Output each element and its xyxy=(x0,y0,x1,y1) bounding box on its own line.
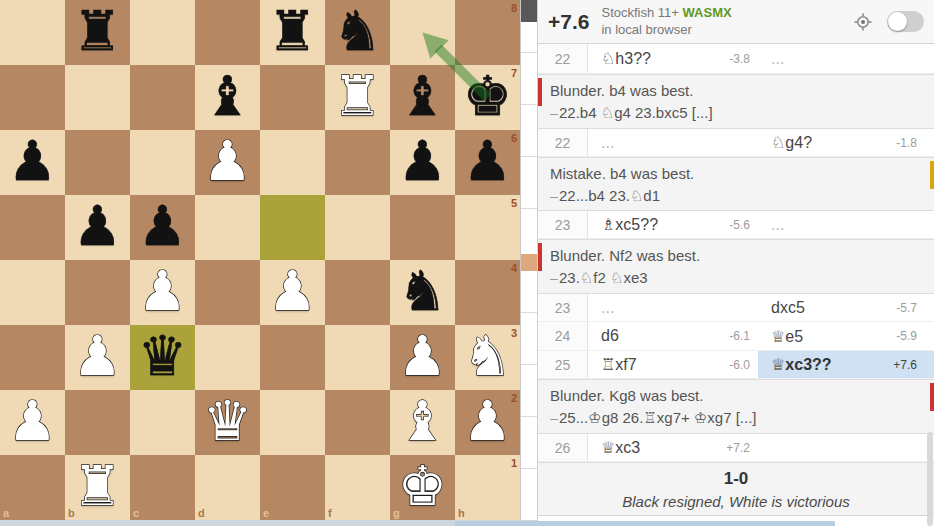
move-eval: -5.9 xyxy=(896,329,925,343)
move-row-24: 24d6-6.1♕e5-5.9 xyxy=(538,322,934,351)
best-line-variation[interactable]: 22...b4 23.♘d1 xyxy=(550,187,922,205)
eval-gauge-tick xyxy=(521,468,537,469)
move-san: ♗xc5?? xyxy=(601,215,658,234)
move-row-23: 23♗xc5??-5.6... xyxy=(538,211,934,239)
square-f1[interactable]: f xyxy=(325,455,390,520)
square-e7[interactable] xyxy=(260,65,325,130)
square-a1[interactable]: a xyxy=(0,455,65,520)
black-rook-b8[interactable]: ♜ xyxy=(65,0,130,63)
move-number: 22 xyxy=(538,129,588,156)
square-a2[interactable]: ♟ xyxy=(0,390,65,455)
square-b8[interactable]: ♜ xyxy=(65,0,130,65)
white-pawn-a2[interactable]: ♟ xyxy=(0,388,65,453)
move-number: 23 xyxy=(538,294,588,321)
white-pawn-e4[interactable]: ♟ xyxy=(260,258,325,323)
square-h8[interactable]: 8 xyxy=(455,0,520,65)
square-h6[interactable]: ♟6 xyxy=(455,130,520,195)
move-number: 23 xyxy=(538,211,588,238)
square-d5[interactable] xyxy=(195,195,260,260)
move-number: 22 xyxy=(538,44,588,73)
black-move-cell[interactable]: ... xyxy=(758,44,934,73)
engine-toggle[interactable] xyxy=(887,11,924,32)
move-eval: +7.6 xyxy=(893,358,925,372)
black-rook-e8[interactable]: ♜ xyxy=(260,0,325,63)
eval-gauge-tick xyxy=(521,416,537,417)
square-d1[interactable]: d xyxy=(195,455,260,520)
square-g5[interactable] xyxy=(390,195,455,260)
square-b4[interactable] xyxy=(65,260,130,325)
white-queen-d2[interactable]: ♛ xyxy=(195,388,260,453)
square-d3[interactable] xyxy=(195,325,260,390)
black-bishop-d7[interactable]: ♝ xyxy=(195,63,260,128)
move-row-25: 25♖xf7-6.0♕xc3??+7.6 xyxy=(538,351,934,379)
square-c2[interactable] xyxy=(130,390,195,455)
file-label-c: c xyxy=(133,507,139,519)
move-san: ♘g4? xyxy=(771,133,812,152)
square-e4[interactable]: ♟ xyxy=(260,260,325,325)
white-pawn-h2[interactable]: ♟ xyxy=(455,388,520,453)
rank-label-4: 4 xyxy=(511,262,517,274)
bottom-edge-band xyxy=(455,521,835,526)
white-rook-f7[interactable]: ♜ xyxy=(325,63,390,128)
white-pawn-g3[interactable]: ♟ xyxy=(390,323,455,388)
square-f4[interactable] xyxy=(325,260,390,325)
move-san: ♕xc3?? xyxy=(771,355,832,374)
square-a3[interactable] xyxy=(0,325,65,390)
eval-gauge-tick xyxy=(521,104,537,105)
file-label-d: d xyxy=(198,507,205,519)
square-g1[interactable]: ♚g xyxy=(390,455,455,520)
rank-label-8: 8 xyxy=(511,2,517,14)
black-move-cell[interactable]: ♕xc3??+7.6 xyxy=(758,351,934,378)
square-c4[interactable]: ♟ xyxy=(130,260,195,325)
engine-badge: WASMX xyxy=(683,5,732,20)
move-san: ♕xc3 xyxy=(601,438,640,457)
result-score: 1-0 xyxy=(538,469,934,489)
square-h1[interactable]: h1 xyxy=(455,455,520,520)
square-f3[interactable] xyxy=(325,325,390,390)
square-f6[interactable] xyxy=(325,130,390,195)
engine-toggle-knob xyxy=(888,12,907,31)
white-bishop-g2[interactable]: ♝ xyxy=(390,388,455,453)
square-e8[interactable]: ♜ xyxy=(260,0,325,65)
judgment-text: Blunder. b4 was best. xyxy=(550,82,922,99)
square-a4[interactable] xyxy=(0,260,65,325)
result-text: Black resigned, White is victorious xyxy=(538,493,934,510)
move-row-22: 22...♘g4?-1.8 xyxy=(538,129,934,157)
move-eval: +7.2 xyxy=(726,441,758,455)
blunder-severity-bar xyxy=(538,78,542,106)
square-d2[interactable]: ♛ xyxy=(195,390,260,455)
move-row-23: 23...dxc5-5.7 xyxy=(538,294,934,322)
square-h3[interactable]: ♞3 xyxy=(455,325,520,390)
judgment-comment-row: Blunder. Kg8 was best.25...♔g8 26.♖xg7+ … xyxy=(538,379,934,434)
black-pawn-h6[interactable]: ♟ xyxy=(455,128,520,193)
square-g8[interactable] xyxy=(390,0,455,65)
move-eval: -5.6 xyxy=(729,218,758,232)
white-pawn-b3[interactable]: ♟ xyxy=(65,323,130,388)
eval-gauge-tick xyxy=(521,156,537,157)
judgment-comment-row: Blunder. b4 was best.22.b4 ♘g4 23.bxc5 [… xyxy=(538,74,934,129)
engine-info: Stockfish 11+ WASMX in local browser xyxy=(601,5,731,39)
square-c1[interactable]: c xyxy=(130,455,195,520)
square-h7[interactable]: ♚7 xyxy=(455,65,520,130)
move-row-26: 26♕xc3+7.2 xyxy=(538,434,934,462)
engine-header: +7.6 Stockfish 11+ WASMX in local browse… xyxy=(538,0,934,44)
white-move-cell[interactable]: d6-6.1 xyxy=(588,322,758,350)
square-f7[interactable]: ♜ xyxy=(325,65,390,130)
analysis-panel: +7.6 Stockfish 11+ WASMX in local browse… xyxy=(537,0,934,526)
move-san: ♘h3?? xyxy=(601,49,651,68)
black-pawn-g6[interactable]: ♟ xyxy=(390,128,455,193)
square-d7[interactable]: ♝ xyxy=(195,65,260,130)
square-c8[interactable] xyxy=(130,0,195,65)
black-pawn-b5[interactable]: ♟ xyxy=(65,193,130,258)
judgment-comment-row: Blunder. Nf2 was best.23.♘f2 ♘xe3 xyxy=(538,239,934,294)
best-line-variation[interactable]: 23.♘f2 ♘xe3 xyxy=(550,269,922,287)
best-line-variation[interactable]: 25...♔g8 26.♖xg7+ ♔xg7 [...] xyxy=(550,409,922,427)
chess-board[interactable]: ♜♜♞8♝♜♝♚7♟♟♟♟6♟♟5♟♟♞4♟♛♟♞3♟♛♝♟2a♜bcdef♚g… xyxy=(0,0,520,520)
move-row-22: 22♘h3??-3.8... xyxy=(538,44,934,74)
square-a5[interactable] xyxy=(0,195,65,260)
judgment-text: Blunder. Kg8 was best. xyxy=(550,387,922,404)
black-bishop-g7[interactable]: ♝ xyxy=(390,63,455,128)
scrollbar-thumb[interactable] xyxy=(927,432,933,526)
move-eval: -6.0 xyxy=(729,358,758,372)
file-label-f: f xyxy=(328,507,332,519)
judgment-comment-row: Mistake. b4 was best.22...b4 23.♘d1 xyxy=(538,157,934,211)
black-queen-c3[interactable]: ♛ xyxy=(130,323,195,388)
eval-gauge-tick xyxy=(521,52,537,53)
game-result-row: 1-0Black resigned, White is victorious xyxy=(538,462,934,516)
white-move-cell[interactable]: ♖xf7-6.0 xyxy=(588,351,758,378)
engine-name: Stockfish 11+ xyxy=(601,5,678,20)
square-g4[interactable]: ♞ xyxy=(390,260,455,325)
practice-target-icon[interactable] xyxy=(853,12,873,32)
square-b2[interactable] xyxy=(65,390,130,455)
square-a8[interactable] xyxy=(0,0,65,65)
engine-eval: +7.6 xyxy=(548,10,589,34)
white-king-g1[interactable]: ♚ xyxy=(390,453,455,518)
rank-label-5: 5 xyxy=(511,197,517,209)
move-san: ... xyxy=(601,134,614,152)
judgment-text: Blunder. Nf2 was best. xyxy=(550,247,922,264)
white-pawn-c4[interactable]: ♟ xyxy=(130,258,195,323)
square-c5[interactable]: ♟ xyxy=(130,195,195,260)
black-pawn-a6[interactable]: ♟ xyxy=(0,128,65,193)
black-move-cell[interactable]: ... xyxy=(758,211,934,238)
square-h2[interactable]: ♟2 xyxy=(455,390,520,455)
blunder-severity-bar xyxy=(930,383,934,411)
black-pawn-c5[interactable]: ♟ xyxy=(130,193,195,258)
square-e1[interactable]: e xyxy=(260,455,325,520)
move-eval: -3.8 xyxy=(729,52,758,66)
square-d8[interactable] xyxy=(195,0,260,65)
square-c6[interactable] xyxy=(130,130,195,195)
black-knight-f8[interactable]: ♞ xyxy=(325,0,390,63)
square-c7[interactable] xyxy=(130,65,195,130)
best-line-variation[interactable]: 22.b4 ♘g4 23.bxc5 [...] xyxy=(550,104,922,122)
white-pawn-d6[interactable]: ♟ xyxy=(195,128,260,193)
square-e6[interactable] xyxy=(260,130,325,195)
move-number: 24 xyxy=(538,322,588,350)
square-d4[interactable] xyxy=(195,260,260,325)
square-b1[interactable]: ♜b xyxy=(65,455,130,520)
white-move-cell[interactable]: ♕xc3+7.2 xyxy=(588,434,758,461)
move-san: ♖xf7 xyxy=(601,355,637,374)
black-knight-g4[interactable]: ♞ xyxy=(390,258,455,323)
move-san: ♕e5 xyxy=(771,327,803,346)
file-label-a: a xyxy=(3,507,9,519)
square-h4[interactable]: 4 xyxy=(455,260,520,325)
square-b5[interactable]: ♟ xyxy=(65,195,130,260)
square-c3[interactable]: ♛ xyxy=(130,325,195,390)
move-san: dxc5 xyxy=(771,299,805,317)
move-eval: -6.1 xyxy=(729,329,758,343)
white-rook-b1[interactable]: ♜ xyxy=(65,453,130,518)
white-move-cell[interactable]: ... xyxy=(588,294,758,321)
eval-gauge-tick xyxy=(521,364,537,365)
move-eval: -5.7 xyxy=(896,301,925,315)
move-san: ... xyxy=(771,50,784,68)
square-g3[interactable]: ♟ xyxy=(390,325,455,390)
eval-gauge xyxy=(520,0,537,520)
blunder-severity-bar xyxy=(538,243,542,271)
black-move-cell[interactable]: dxc5-5.7 xyxy=(758,294,934,321)
black-move-cell[interactable] xyxy=(758,434,934,461)
square-e5[interactable] xyxy=(260,195,325,260)
move-san: ... xyxy=(601,299,614,317)
square-b6[interactable] xyxy=(65,130,130,195)
file-label-e: e xyxy=(263,507,269,519)
white-move-cell[interactable]: ... xyxy=(588,129,758,156)
eval-gauge-black-segment xyxy=(521,0,537,22)
square-b7[interactable] xyxy=(65,65,130,130)
white-move-cell[interactable]: ♗xc5??-5.6 xyxy=(588,211,758,238)
move-san: ... xyxy=(771,216,784,234)
square-d6[interactable]: ♟ xyxy=(195,130,260,195)
judgment-text: Mistake. b4 was best. xyxy=(550,165,922,182)
eval-gauge-tick xyxy=(521,312,537,313)
file-label-h: h xyxy=(458,507,465,519)
black-king-h7[interactable]: ♚ xyxy=(455,63,520,128)
square-g6[interactable]: ♟ xyxy=(390,130,455,195)
rank-label-1: 1 xyxy=(511,457,517,469)
square-a6[interactable]: ♟ xyxy=(0,130,65,195)
square-a7[interactable] xyxy=(0,65,65,130)
black-move-cell[interactable]: ♕e5-5.9 xyxy=(758,322,934,350)
square-e2[interactable] xyxy=(260,390,325,455)
white-knight-h3[interactable]: ♞ xyxy=(455,323,520,388)
square-b3[interactable]: ♟ xyxy=(65,325,130,390)
eval-gauge-tick xyxy=(521,208,537,209)
engine-location: in local browser xyxy=(601,22,731,39)
square-e3[interactable] xyxy=(260,325,325,390)
move-eval: -1.8 xyxy=(896,136,925,150)
square-f5[interactable] xyxy=(325,195,390,260)
mistake-severity-bar xyxy=(930,161,934,189)
move-number: 26 xyxy=(538,434,588,461)
move-number: 25 xyxy=(538,351,588,378)
black-move-cell[interactable]: ♘g4?-1.8 xyxy=(758,129,934,156)
square-f2[interactable] xyxy=(325,390,390,455)
square-h5[interactable]: 5 xyxy=(455,195,520,260)
square-f8[interactable]: ♞ xyxy=(325,0,390,65)
analysis-page: ♜♜♞8♝♜♝♚7♟♟♟♟6♟♟5♟♟♞4♟♛♟♞3♟♛♝♟2a♜bcdef♚g… xyxy=(0,0,934,526)
move-san: d6 xyxy=(601,327,619,345)
square-g7[interactable]: ♝ xyxy=(390,65,455,130)
move-list: 22♘h3??-3.8...Blunder. b4 was best.22.b4… xyxy=(538,44,934,516)
square-g2[interactable]: ♝ xyxy=(390,390,455,455)
eval-gauge-mid-tick xyxy=(521,254,537,271)
white-move-cell[interactable]: ♘h3??-3.8 xyxy=(588,44,758,73)
